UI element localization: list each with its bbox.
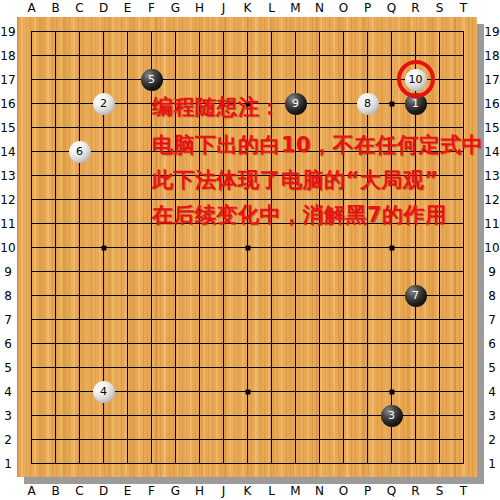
- star-point-K10: [245, 245, 250, 250]
- row-label-left-15: 15: [0, 121, 15, 135]
- col-label-bottom-H: H: [195, 484, 204, 498]
- col-label-bottom-P: P: [364, 484, 371, 498]
- stone-number: 2: [100, 98, 107, 109]
- col-label-top-E: E: [124, 1, 132, 15]
- col-label-bottom-S: S: [436, 484, 444, 498]
- row-label-left-9: 9: [4, 265, 12, 279]
- col-label-bottom-Q: Q: [387, 484, 396, 498]
- col-label-top-S: S: [436, 1, 444, 15]
- annotation-line-3: 此下法体现了电脑的“大局观”: [152, 169, 439, 192]
- col-label-bottom-F: F: [148, 484, 155, 498]
- col-label-top-H: H: [195, 1, 204, 15]
- row-label-right-6: 6: [488, 337, 496, 351]
- col-label-bottom-T: T: [460, 484, 467, 498]
- stone-black-F17[interactable]: 5: [141, 69, 163, 91]
- row-label-right-16: 16: [484, 97, 499, 111]
- stone-white-D16[interactable]: 2: [93, 93, 115, 115]
- col-label-top-O: O: [339, 1, 348, 15]
- row-label-left-18: 18: [0, 49, 15, 63]
- row-label-right-15: 15: [484, 121, 499, 135]
- stone-black-Q3[interactable]: 3: [381, 405, 403, 427]
- col-label-bottom-G: G: [171, 484, 180, 498]
- row-label-right-18: 18: [484, 49, 499, 63]
- row-label-left-8: 8: [4, 289, 12, 303]
- row-label-right-2: 2: [488, 433, 496, 447]
- col-label-top-K: K: [244, 1, 252, 15]
- col-label-top-M: M: [290, 1, 300, 15]
- row-label-left-13: 13: [0, 169, 15, 183]
- annotation-line-2: 电脑下出的白10，不在任何定式中: [152, 134, 483, 157]
- stone-black-R8[interactable]: 7: [405, 285, 427, 307]
- col-label-bottom-B: B: [51, 484, 59, 498]
- stone-black-M16[interactable]: 9: [285, 93, 307, 115]
- row-label-left-19: 19: [0, 25, 15, 39]
- row-label-left-14: 14: [0, 145, 15, 159]
- col-label-top-J: J: [222, 1, 226, 15]
- col-label-bottom-D: D: [99, 484, 108, 498]
- col-label-bottom-E: E: [124, 484, 132, 498]
- row-label-left-7: 7: [4, 313, 12, 327]
- row-label-right-14: 14: [484, 145, 499, 159]
- row-label-left-11: 11: [0, 217, 15, 231]
- col-label-bottom-R: R: [411, 484, 419, 498]
- row-label-right-12: 12: [484, 193, 499, 207]
- stone-white-D4[interactable]: 4: [93, 381, 115, 403]
- row-label-right-13: 13: [484, 169, 499, 183]
- stone-number: 6: [76, 146, 83, 157]
- col-label-bottom-C: C: [75, 484, 83, 498]
- stone-number: 5: [148, 74, 155, 85]
- annotation-line-1: 编程随想注：: [152, 96, 281, 119]
- stone-number: 8: [364, 98, 371, 109]
- row-label-right-8: 8: [488, 289, 496, 303]
- row-label-left-5: 5: [4, 361, 12, 375]
- col-label-top-R: R: [411, 1, 419, 15]
- row-label-left-4: 4: [4, 385, 12, 399]
- row-label-left-12: 12: [0, 193, 15, 207]
- row-label-right-1: 1: [488, 457, 496, 471]
- row-label-right-11: 11: [484, 217, 499, 231]
- stone-number: 7: [412, 290, 419, 301]
- col-label-top-B: B: [51, 1, 59, 15]
- go-diagram: AABBCCDDEEFFGGHHJJKKLLMMNNOOPPQQRRSSTT19…: [0, 0, 500, 500]
- row-label-left-3: 3: [4, 409, 12, 423]
- col-label-bottom-K: K: [244, 484, 252, 498]
- col-label-bottom-A: A: [27, 484, 35, 498]
- row-label-right-3: 3: [488, 409, 496, 423]
- row-label-right-4: 4: [488, 385, 496, 399]
- stone-number: 9: [292, 98, 299, 109]
- stone-white-P16[interactable]: 8: [357, 93, 379, 115]
- stone-number: 3: [388, 410, 395, 421]
- row-label-right-10: 10: [484, 241, 499, 255]
- col-label-bottom-M: M: [290, 484, 300, 498]
- col-label-bottom-J: J: [222, 484, 226, 498]
- stone-white-C14[interactable]: 6: [69, 141, 91, 163]
- row-label-left-10: 10: [0, 241, 15, 255]
- row-label-right-7: 7: [488, 313, 496, 327]
- row-label-left-17: 17: [0, 73, 15, 87]
- row-label-left-16: 16: [0, 97, 15, 111]
- star-point-Q16: [389, 101, 394, 106]
- col-label-top-G: G: [171, 1, 180, 15]
- col-label-bottom-N: N: [315, 484, 324, 498]
- col-label-top-P: P: [364, 1, 371, 15]
- col-label-top-T: T: [460, 1, 467, 15]
- annotation-line-4: 在后续变化中，消解黑7的作用: [152, 204, 447, 227]
- col-label-top-L: L: [268, 1, 275, 15]
- row-label-left-2: 2: [4, 433, 12, 447]
- row-label-right-17: 17: [484, 73, 499, 87]
- stone-number: 4: [100, 386, 107, 397]
- col-label-top-N: N: [315, 1, 324, 15]
- col-label-top-C: C: [75, 1, 83, 15]
- col-label-top-A: A: [27, 1, 35, 15]
- star-point-Q4: [389, 389, 394, 394]
- row-label-right-5: 5: [488, 361, 496, 375]
- last-move-red-circle: [397, 60, 435, 98]
- row-label-right-19: 19: [484, 25, 499, 39]
- row-label-left-1: 1: [4, 457, 12, 471]
- col-label-bottom-O: O: [339, 484, 348, 498]
- row-label-right-9: 9: [488, 265, 496, 279]
- star-point-K4: [245, 389, 250, 394]
- star-point-Q10: [389, 245, 394, 250]
- star-point-D10: [101, 245, 106, 250]
- col-label-top-F: F: [148, 1, 155, 15]
- col-label-top-Q: Q: [387, 1, 396, 15]
- row-label-left-6: 6: [4, 337, 12, 351]
- stone-number: 1: [412, 98, 419, 109]
- col-label-bottom-L: L: [268, 484, 275, 498]
- col-label-top-D: D: [99, 1, 108, 15]
